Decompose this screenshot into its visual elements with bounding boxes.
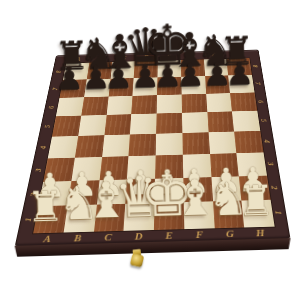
rank-label-right-5: 5	[250, 115, 277, 125]
far-file-label-b: B	[89, 54, 113, 62]
far-file-label-a: A	[66, 55, 90, 63]
file-label-b: B	[62, 230, 94, 245]
rank-label-left-6: 6	[38, 102, 65, 112]
square-e1	[154, 202, 184, 230]
square-b5	[78, 115, 106, 136]
square-d1	[124, 203, 155, 231]
square-e3	[155, 154, 183, 178]
square-d8	[134, 61, 158, 78]
file-label-a: A	[31, 231, 64, 246]
square-b4	[75, 135, 104, 157]
square-f2	[183, 177, 213, 203]
square-g6	[206, 93, 232, 112]
square-b3	[71, 157, 101, 181]
square-f8	[181, 59, 205, 76]
rank-label-left-3: 3	[24, 164, 54, 176]
rank-label-right-6: 6	[247, 96, 273, 106]
rank-label-left-8: 8	[46, 67, 71, 76]
far-file-label-f: F	[181, 52, 204, 60]
square-c6	[106, 96, 132, 116]
rank-label-right-4: 4	[253, 136, 281, 147]
rank-label-left-2: 2	[18, 187, 49, 200]
far-file-label-g: G	[203, 51, 226, 59]
far-file-label-d: D	[135, 53, 158, 61]
square-e6	[157, 94, 182, 113]
file-label-g: G	[214, 226, 246, 241]
square-f6	[181, 94, 207, 113]
square-g7	[205, 75, 230, 93]
square-g1	[213, 201, 245, 229]
square-d7	[133, 77, 158, 95]
file-label-d: D	[123, 228, 154, 243]
rank-label-left-7: 7	[42, 84, 68, 93]
square-c7	[108, 78, 134, 96]
square-c2	[96, 179, 127, 205]
rank-label-right-3: 3	[256, 157, 285, 169]
file-label-h: H	[244, 225, 276, 240]
square-g4	[208, 132, 236, 154]
chess-set-photo: ABCDEFGH ABCDEFGH 87654321 87654321 ♜♞♝♛…	[0, 0, 300, 300]
square-b6	[81, 96, 108, 116]
file-label-c: C	[92, 229, 124, 244]
square-c8	[110, 61, 135, 78]
clasp-knob-icon	[130, 253, 144, 267]
square-d5	[130, 114, 157, 135]
square-b7	[84, 79, 110, 97]
square-f5	[182, 112, 208, 133]
square-b8	[87, 62, 112, 79]
far-file-label-h: H	[226, 50, 250, 58]
file-label-f: F	[184, 227, 215, 242]
far-file-label-c: C	[112, 54, 135, 62]
square-c3	[99, 156, 128, 180]
rank-label-left-1: 1	[12, 213, 44, 227]
rank-label-right-2: 2	[259, 181, 289, 194]
square-g5	[207, 112, 234, 133]
file-label-e: E	[154, 227, 185, 242]
brass-clasp	[129, 249, 146, 268]
square-b2	[67, 180, 99, 206]
square-e7	[157, 77, 181, 95]
square-g2	[211, 176, 242, 202]
square-g3	[210, 153, 239, 177]
square-b1	[63, 205, 96, 233]
square-d4	[129, 134, 156, 156]
rank-label-right-1: 1	[262, 206, 294, 220]
square-d2	[125, 178, 155, 204]
square-e5	[156, 113, 182, 134]
squares-grid	[33, 58, 274, 233]
rank-label-left-5: 5	[34, 121, 62, 132]
square-e8	[157, 60, 181, 77]
square-d6	[131, 95, 157, 114]
square-e4	[156, 133, 183, 155]
square-f3	[183, 154, 211, 178]
rank-label-left-4: 4	[29, 142, 58, 153]
square-f7	[181, 76, 206, 94]
square-f1	[184, 202, 215, 230]
square-c1	[94, 204, 126, 232]
chess-board: ABCDEFGH ABCDEFGH 87654321 87654321	[15, 50, 291, 247]
square-e2	[155, 178, 184, 204]
square-d3	[127, 155, 155, 179]
square-c5	[104, 114, 131, 135]
rank-label-right-7: 7	[245, 79, 270, 88]
rank-label-right-8: 8	[243, 62, 268, 71]
square-f4	[182, 132, 209, 154]
square-g8	[204, 59, 229, 76]
far-file-label-e: E	[158, 52, 181, 60]
square-c4	[102, 134, 130, 156]
